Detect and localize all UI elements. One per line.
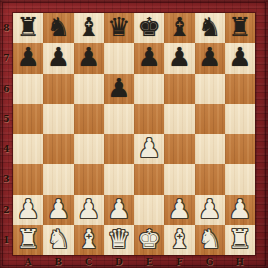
square-h8[interactable]: ♜ xyxy=(225,13,255,43)
file-label-a: A xyxy=(13,255,43,268)
square-f6[interactable] xyxy=(164,74,194,104)
white-pawn-e4[interactable]: ♟ xyxy=(137,135,160,161)
rank-label-1: 1 xyxy=(0,225,13,255)
square-g4[interactable] xyxy=(195,134,225,164)
square-b4[interactable] xyxy=(43,134,73,164)
chess-board-frame: 87654321 ABCDEFGH ♜♞♝♛♚♝♞♜♟♟♟♟♟♟♟♟♟♟♟♟♟♟… xyxy=(0,0,268,268)
white-pawn-g2[interactable]: ♟ xyxy=(198,196,221,222)
square-g1[interactable]: ♞ xyxy=(195,225,225,255)
black-bishop-f8[interactable]: ♝ xyxy=(168,14,191,40)
square-g5[interactable] xyxy=(195,104,225,134)
white-pawn-c2[interactable]: ♟ xyxy=(77,196,100,222)
square-h6[interactable] xyxy=(225,74,255,104)
square-d5[interactable] xyxy=(104,104,134,134)
square-b1[interactable]: ♞ xyxy=(43,225,73,255)
square-h5[interactable] xyxy=(225,104,255,134)
square-e1[interactable]: ♚ xyxy=(134,225,164,255)
square-c8[interactable]: ♝ xyxy=(74,13,104,43)
white-knight-g1[interactable]: ♞ xyxy=(198,226,221,252)
rank-labels: 87654321 xyxy=(0,13,13,255)
square-b8[interactable]: ♞ xyxy=(43,13,73,43)
white-pawn-f2[interactable]: ♟ xyxy=(168,196,191,222)
square-f1[interactable]: ♝ xyxy=(164,225,194,255)
rank-label-3: 3 xyxy=(0,164,13,194)
file-label-g: G xyxy=(195,255,225,268)
square-a5[interactable] xyxy=(13,104,43,134)
square-h3[interactable] xyxy=(225,164,255,194)
square-g2[interactable]: ♟ xyxy=(195,195,225,225)
square-b2[interactable]: ♟ xyxy=(43,195,73,225)
square-g7[interactable]: ♟ xyxy=(195,43,225,73)
square-d6[interactable]: ♟ xyxy=(104,74,134,104)
square-e8[interactable]: ♚ xyxy=(134,13,164,43)
square-f2[interactable]: ♟ xyxy=(164,195,194,225)
square-b3[interactable] xyxy=(43,164,73,194)
square-c6[interactable] xyxy=(74,74,104,104)
square-g3[interactable] xyxy=(195,164,225,194)
square-f5[interactable] xyxy=(164,104,194,134)
white-pawn-b2[interactable]: ♟ xyxy=(47,196,70,222)
black-rook-h8[interactable]: ♜ xyxy=(228,14,251,40)
square-d2[interactable]: ♟ xyxy=(104,195,134,225)
black-pawn-a7[interactable]: ♟ xyxy=(16,44,39,70)
square-b6[interactable] xyxy=(43,74,73,104)
square-e3[interactable] xyxy=(134,164,164,194)
rank-label-6: 6 xyxy=(0,74,13,104)
square-c1[interactable]: ♝ xyxy=(74,225,104,255)
black-king-e8[interactable]: ♚ xyxy=(137,14,160,40)
rank-label-8: 8 xyxy=(0,13,13,43)
square-c3[interactable] xyxy=(74,164,104,194)
black-pawn-c7[interactable]: ♟ xyxy=(77,44,100,70)
square-c5[interactable] xyxy=(74,104,104,134)
square-e2[interactable] xyxy=(134,195,164,225)
square-h7[interactable]: ♟ xyxy=(225,43,255,73)
file-label-c: C xyxy=(74,255,104,268)
black-knight-g8[interactable]: ♞ xyxy=(198,14,221,40)
square-f3[interactable] xyxy=(164,164,194,194)
square-h4[interactable] xyxy=(225,134,255,164)
square-e7[interactable]: ♟ xyxy=(134,43,164,73)
square-a7[interactable]: ♟ xyxy=(13,43,43,73)
white-bishop-c1[interactable]: ♝ xyxy=(77,226,100,252)
white-king-e1[interactable]: ♚ xyxy=(137,226,160,252)
square-h2[interactable]: ♟ xyxy=(225,195,255,225)
square-a1[interactable]: ♜ xyxy=(13,225,43,255)
square-b7[interactable]: ♟ xyxy=(43,43,73,73)
black-pawn-b7[interactable]: ♟ xyxy=(47,44,70,70)
square-e5[interactable] xyxy=(134,104,164,134)
black-pawn-f7[interactable]: ♟ xyxy=(168,44,191,70)
square-d8[interactable]: ♛ xyxy=(104,13,134,43)
white-queen-d1[interactable]: ♛ xyxy=(107,226,130,252)
white-rook-a1[interactable]: ♜ xyxy=(16,226,39,252)
white-bishop-f1[interactable]: ♝ xyxy=(168,226,191,252)
square-d1[interactable]: ♛ xyxy=(104,225,134,255)
square-a4[interactable] xyxy=(13,134,43,164)
square-e4[interactable]: ♟ xyxy=(134,134,164,164)
chess-board: ♜♞♝♛♚♝♞♜♟♟♟♟♟♟♟♟♟♟♟♟♟♟♟♟♜♞♝♛♚♝♞♜ xyxy=(13,13,255,255)
file-label-e: E xyxy=(134,255,164,268)
file-label-b: B xyxy=(43,255,73,268)
file-label-d: D xyxy=(104,255,134,268)
black-pawn-h7[interactable]: ♟ xyxy=(228,44,251,70)
rank-label-7: 7 xyxy=(0,43,13,73)
square-f4[interactable] xyxy=(164,134,194,164)
square-e6[interactable] xyxy=(134,74,164,104)
square-f8[interactable]: ♝ xyxy=(164,13,194,43)
black-pawn-g7[interactable]: ♟ xyxy=(198,44,221,70)
file-label-f: F xyxy=(164,255,194,268)
black-knight-b8[interactable]: ♞ xyxy=(47,14,70,40)
white-knight-b1[interactable]: ♞ xyxy=(47,226,70,252)
square-a8[interactable]: ♜ xyxy=(13,13,43,43)
square-a3[interactable] xyxy=(13,164,43,194)
black-rook-a8[interactable]: ♜ xyxy=(16,14,39,40)
file-label-h: H xyxy=(225,255,255,268)
white-pawn-d2[interactable]: ♟ xyxy=(107,196,130,222)
square-c2[interactable]: ♟ xyxy=(74,195,104,225)
square-a2[interactable]: ♟ xyxy=(13,195,43,225)
black-bishop-c8[interactable]: ♝ xyxy=(77,14,100,40)
white-pawn-a2[interactable]: ♟ xyxy=(16,196,39,222)
square-d3[interactable] xyxy=(104,164,134,194)
file-labels: ABCDEFGH xyxy=(13,255,255,268)
square-b5[interactable] xyxy=(43,104,73,134)
square-d7[interactable] xyxy=(104,43,134,73)
square-h1[interactable]: ♜ xyxy=(225,225,255,255)
rank-label-2: 2 xyxy=(0,195,13,225)
square-g8[interactable]: ♞ xyxy=(195,13,225,43)
square-c7[interactable]: ♟ xyxy=(74,43,104,73)
white-pawn-h2[interactable]: ♟ xyxy=(228,196,251,222)
square-g6[interactable] xyxy=(195,74,225,104)
black-pawn-d6[interactable]: ♟ xyxy=(107,75,130,101)
black-queen-d8[interactable]: ♛ xyxy=(107,14,130,40)
square-c4[interactable] xyxy=(74,134,104,164)
white-rook-h1[interactable]: ♜ xyxy=(228,226,251,252)
square-f7[interactable]: ♟ xyxy=(164,43,194,73)
rank-label-5: 5 xyxy=(0,104,13,134)
square-d4[interactable] xyxy=(104,134,134,164)
rank-label-4: 4 xyxy=(0,134,13,164)
square-a6[interactable] xyxy=(13,74,43,104)
black-pawn-e7[interactable]: ♟ xyxy=(137,44,160,70)
